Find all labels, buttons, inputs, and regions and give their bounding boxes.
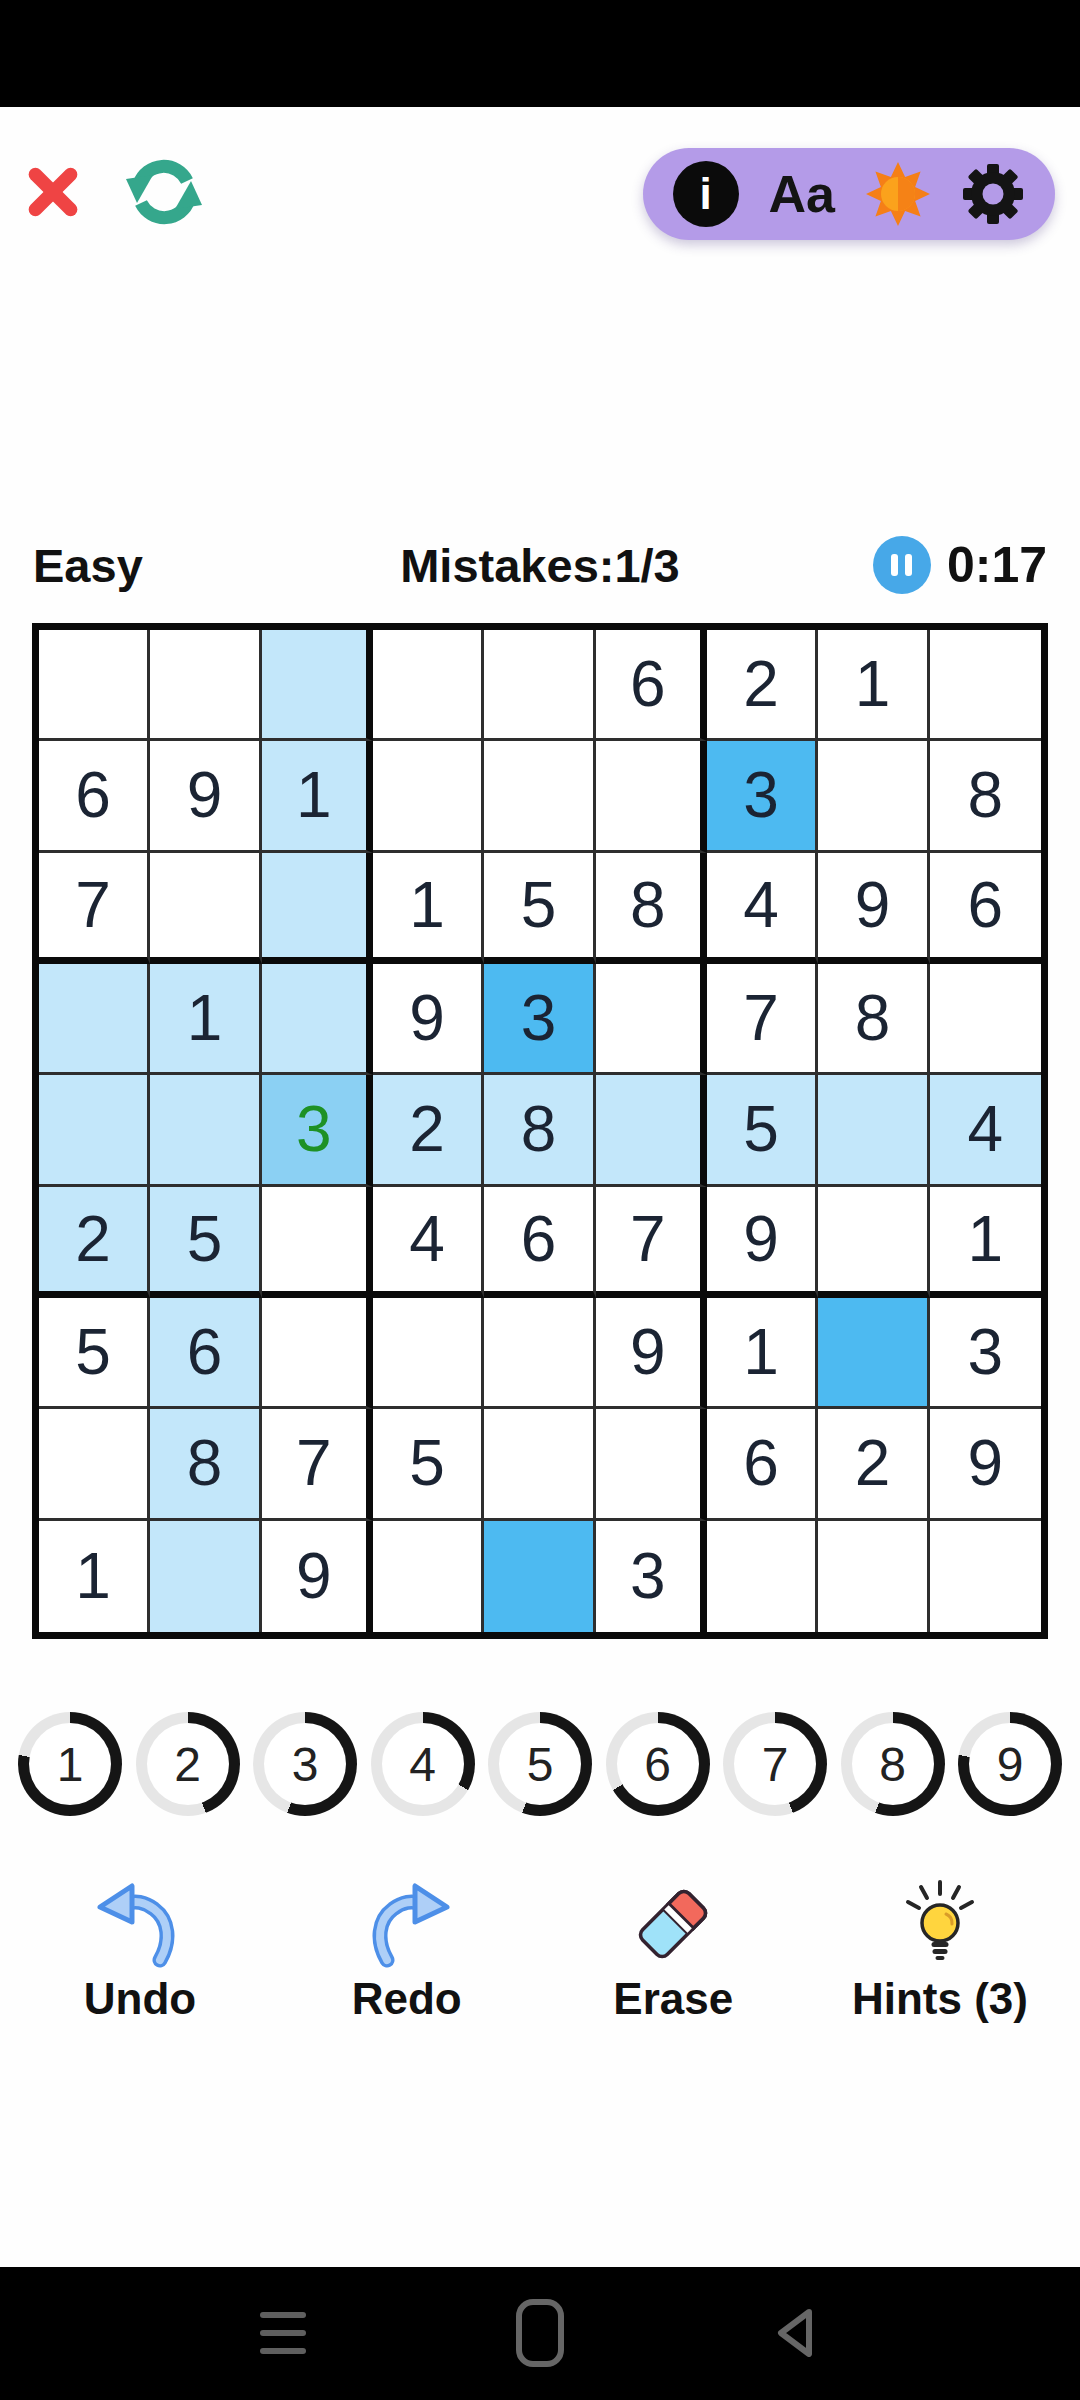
restart-button[interactable]	[124, 152, 204, 232]
cell-r7c4[interactable]	[373, 1298, 484, 1409]
cell-r4c4[interactable]: 9	[373, 964, 484, 1075]
numpad-button-1[interactable]: 1	[18, 1712, 122, 1816]
cell-r3c9[interactable]: 6	[930, 853, 1041, 964]
cell-r3c1[interactable]: 7	[39, 853, 150, 964]
cell-r5c1[interactable]	[39, 1075, 150, 1186]
number-pad: 123456789	[18, 1712, 1062, 1816]
cell-r7c9[interactable]: 3	[930, 1298, 1041, 1409]
cell-r2c7[interactable]: 3	[707, 741, 818, 852]
numpad-button-3[interactable]: 3	[253, 1712, 357, 1816]
cell-r9c5[interactable]	[484, 1521, 595, 1632]
sudoku-board: 6216913871584961937832854254679156913875…	[32, 623, 1048, 1639]
info-icon: i	[699, 169, 711, 219]
cell-r3c8[interactable]: 9	[818, 853, 929, 964]
cell-r4c6[interactable]	[596, 964, 707, 1075]
numpad-button-5[interactable]: 5	[488, 1712, 592, 1816]
cell-r8c2[interactable]: 8	[150, 1409, 261, 1520]
numpad-digit-8: 8	[852, 1723, 934, 1805]
refresh-icon	[124, 220, 204, 235]
cell-r9c9[interactable]	[930, 1521, 1041, 1632]
cell-r3c6[interactable]: 8	[596, 853, 707, 964]
cell-r2c2[interactable]: 9	[150, 741, 261, 852]
status-bar	[0, 0, 1080, 107]
cell-r7c7[interactable]: 1	[707, 1298, 818, 1409]
undo-arrow-icon	[94, 1872, 186, 1968]
cell-r1c9[interactable]	[930, 630, 1041, 741]
cell-r9c2[interactable]	[150, 1521, 261, 1632]
cell-r4c9[interactable]	[930, 964, 1041, 1075]
cell-r4c1[interactable]	[39, 964, 150, 1075]
erase-label: Erase	[613, 1974, 733, 2024]
cell-r5c6[interactable]	[596, 1075, 707, 1186]
numpad-digit-7: 7	[734, 1723, 816, 1805]
cell-r5c3[interactable]: 3	[262, 1075, 373, 1186]
cell-r8c9[interactable]: 9	[930, 1409, 1041, 1520]
cell-r9c7[interactable]	[707, 1521, 818, 1632]
nav-bar	[0, 2267, 1080, 2400]
menu-icon[interactable]	[260, 2312, 306, 2358]
cell-r2c4[interactable]	[373, 741, 484, 852]
cell-r6c4[interactable]: 4	[373, 1187, 484, 1298]
cell-r6c9[interactable]: 1	[930, 1187, 1041, 1298]
cell-r8c7[interactable]: 6	[707, 1409, 818, 1520]
cell-r4c2[interactable]: 1	[150, 964, 261, 1075]
numpad-button-4[interactable]: 4	[371, 1712, 475, 1816]
settings-button[interactable]	[961, 162, 1025, 226]
erase-button[interactable]: Erase	[563, 1872, 783, 2024]
cell-r9c8[interactable]	[818, 1521, 929, 1632]
cell-r1c1[interactable]	[39, 630, 150, 741]
cell-r2c8[interactable]	[818, 741, 929, 852]
cell-r2c5[interactable]	[484, 741, 595, 852]
numpad-digit-5: 5	[499, 1723, 581, 1805]
numpad-digit-3: 3	[264, 1723, 346, 1805]
numpad-button-6[interactable]: 6	[606, 1712, 710, 1816]
cell-r1c5[interactable]	[484, 630, 595, 741]
cell-r6c7[interactable]: 9	[707, 1187, 818, 1298]
cell-r8c3[interactable]: 7	[262, 1409, 373, 1520]
cell-r9c6[interactable]: 3	[596, 1521, 707, 1632]
cell-r5c2[interactable]	[150, 1075, 261, 1186]
cell-r6c3[interactable]	[262, 1187, 373, 1298]
font-size-button[interactable]: Aa	[769, 168, 835, 220]
cell-r8c1[interactable]	[39, 1409, 150, 1520]
cell-r5c7[interactable]: 5	[707, 1075, 818, 1186]
sun-icon	[865, 215, 931, 230]
cell-r6c6[interactable]: 7	[596, 1187, 707, 1298]
cell-r1c6[interactable]: 6	[596, 630, 707, 741]
cell-r3c3[interactable]	[262, 853, 373, 964]
hints-button[interactable]: Hints (3)	[830, 1872, 1050, 2024]
numpad-button-9[interactable]: 9	[958, 1712, 1062, 1816]
cell-r7c2[interactable]: 6	[150, 1298, 261, 1409]
sudoku-app-screen: i Aa	[0, 0, 1080, 2400]
numpad-digit-2: 2	[147, 1723, 229, 1805]
cell-r4c8[interactable]: 8	[818, 964, 929, 1075]
cell-r8c4[interactable]: 5	[373, 1409, 484, 1520]
numpad-button-8[interactable]: 8	[841, 1712, 945, 1816]
numpad-digit-4: 4	[382, 1723, 464, 1805]
cell-r3c5[interactable]: 5	[484, 853, 595, 964]
numpad-digit-9: 9	[969, 1723, 1051, 1805]
pause-icon	[891, 554, 898, 576]
cell-r6c8[interactable]	[818, 1187, 929, 1298]
cell-r3c2[interactable]	[150, 853, 261, 964]
cell-r4c7[interactable]: 7	[707, 964, 818, 1075]
cell-r6c5[interactable]: 6	[484, 1187, 595, 1298]
cell-r7c3[interactable]	[262, 1298, 373, 1409]
cell-r1c7[interactable]: 2	[707, 630, 818, 741]
mistakes-label: Mistakes:1/3	[263, 538, 817, 593]
cell-r3c4[interactable]: 1	[373, 853, 484, 964]
cell-r5c5[interactable]: 8	[484, 1075, 595, 1186]
redo-arrow-icon	[361, 1872, 453, 1968]
difficulty-label: Easy	[33, 538, 263, 593]
cell-r9c1[interactable]: 1	[39, 1521, 150, 1632]
cell-r6c1[interactable]: 2	[39, 1187, 150, 1298]
cell-r1c3[interactable]	[262, 630, 373, 741]
numpad-button-7[interactable]: 7	[723, 1712, 827, 1816]
cell-r5c8[interactable]	[818, 1075, 929, 1186]
cell-r3c7[interactable]: 4	[707, 853, 818, 964]
back-icon[interactable]	[775, 2309, 815, 2361]
cell-r9c3[interactable]: 9	[262, 1521, 373, 1632]
timer-label: 0:17	[947, 536, 1047, 594]
cell-r4c5[interactable]: 3	[484, 964, 595, 1075]
numpad-button-2[interactable]: 2	[136, 1712, 240, 1816]
numpad-digit-6: 6	[617, 1723, 699, 1805]
cell-r8c5[interactable]	[484, 1409, 595, 1520]
theme-button[interactable]	[865, 161, 931, 227]
cell-r8c6[interactable]	[596, 1409, 707, 1520]
cell-r1c8[interactable]: 1	[818, 630, 929, 741]
timer-group: 0:17	[817, 536, 1047, 594]
cell-r1c4[interactable]	[373, 630, 484, 741]
actions-row: Undo Redo	[30, 1872, 1050, 2024]
redo-label: Redo	[352, 1974, 462, 2024]
cell-r6c2[interactable]: 5	[150, 1187, 261, 1298]
cell-r5c4[interactable]: 2	[373, 1075, 484, 1186]
eraser-icon	[630, 1872, 716, 1968]
info-button[interactable]: i	[673, 161, 739, 227]
recent-apps-icon[interactable]	[516, 2299, 564, 2371]
undo-button[interactable]: Undo	[30, 1872, 250, 2024]
settings-pill: i Aa	[643, 148, 1055, 240]
cell-r1c2[interactable]	[150, 630, 261, 741]
aa-label: Aa	[769, 165, 835, 223]
cell-r2c3[interactable]: 1	[262, 741, 373, 852]
cell-r2c6[interactable]	[596, 741, 707, 852]
redo-button[interactable]: Redo	[297, 1872, 517, 2024]
cell-r9c4[interactable]	[373, 1521, 484, 1632]
cell-r7c6[interactable]: 9	[596, 1298, 707, 1409]
pause-button[interactable]	[873, 536, 931, 594]
close-icon	[24, 209, 82, 224]
cell-r7c8[interactable]	[818, 1298, 929, 1409]
hints-label: Hints (3)	[852, 1974, 1028, 2024]
cell-r4c3[interactable]	[262, 964, 373, 1075]
game-info-row: Easy Mistakes:1/3 0:17	[33, 528, 1047, 602]
cell-r2c9[interactable]: 8	[930, 741, 1041, 852]
cell-r7c1[interactable]: 5	[39, 1298, 150, 1409]
cell-r7c5[interactable]	[484, 1298, 595, 1409]
numpad-digit-1: 1	[29, 1723, 111, 1805]
cell-r5c9[interactable]: 4	[930, 1075, 1041, 1186]
lightbulb-icon	[894, 1872, 986, 1968]
cell-r2c1[interactable]: 6	[39, 741, 150, 852]
close-button[interactable]	[24, 163, 82, 221]
gear-icon	[961, 214, 1025, 229]
undo-label: Undo	[84, 1974, 196, 2024]
cell-r8c8[interactable]: 2	[818, 1409, 929, 1520]
